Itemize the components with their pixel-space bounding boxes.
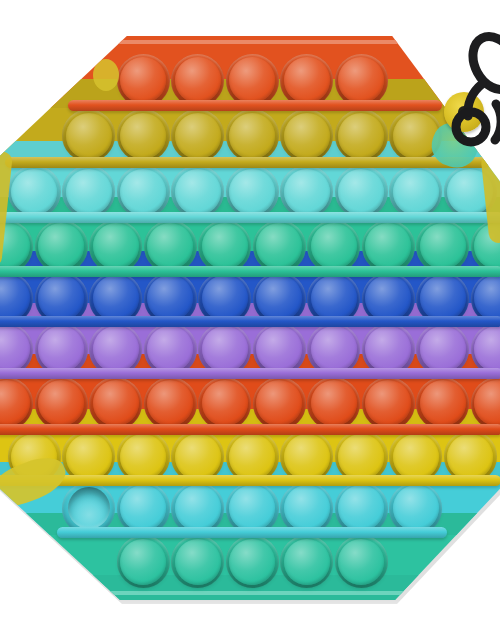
bubble-socket [144, 377, 197, 430]
bubble[interactable] [93, 223, 139, 269]
bubble[interactable] [338, 113, 384, 159]
bubble[interactable] [38, 275, 84, 321]
bubble[interactable] [175, 485, 221, 531]
bubble[interactable] [175, 57, 221, 103]
bubble[interactable] [338, 485, 384, 531]
bubble[interactable] [284, 169, 330, 215]
bubble[interactable] [11, 169, 57, 215]
bubble[interactable] [38, 223, 84, 269]
bubble-row-light-cyan [0, 164, 500, 219]
bubble[interactable] [0, 326, 30, 372]
bubble[interactable] [393, 169, 439, 215]
bubble-socket [335, 535, 388, 588]
bubble[interactable] [120, 169, 166, 215]
bubble[interactable] [120, 434, 166, 480]
bubble-socket [416, 377, 469, 430]
bubble[interactable] [175, 539, 221, 585]
bubble[interactable] [338, 57, 384, 103]
bubble[interactable] [338, 169, 384, 215]
bubble[interactable] [229, 539, 275, 585]
photo-canvas [0, 0, 500, 641]
bubble-socket [62, 165, 115, 218]
bubble[interactable] [256, 275, 302, 321]
bubble-socket [280, 535, 333, 588]
connector-ring [456, 112, 486, 142]
bubble[interactable] [147, 223, 193, 269]
bubble[interactable] [393, 485, 439, 531]
row-lip [0, 266, 500, 277]
row-lip [0, 424, 500, 435]
bubble[interactable] [229, 485, 275, 531]
bubble-socket [226, 109, 279, 162]
bubble[interactable] [365, 275, 411, 321]
bubble-socket [117, 165, 170, 218]
bubble-socket [89, 377, 142, 430]
row-lip [0, 212, 500, 223]
bubble[interactable] [284, 434, 330, 480]
bubble-socket [335, 109, 388, 162]
bubble-row-olive-yellow [0, 107, 500, 164]
bubble[interactable] [338, 434, 384, 480]
bubble[interactable] [393, 434, 439, 480]
bubble-row-yellow [0, 431, 500, 482]
bubble[interactable] [229, 169, 275, 215]
bubble-socket [280, 54, 333, 107]
bubble[interactable] [38, 380, 84, 426]
bubble-socket [117, 109, 170, 162]
row-lip [0, 475, 500, 486]
bubble-row-royal-blue [0, 273, 500, 323]
bubble-row-purple [0, 323, 500, 375]
bubble-socket [335, 54, 388, 107]
bubble-socket [144, 220, 197, 273]
top-rim-ridge [80, 40, 419, 44]
bubble[interactable] [420, 380, 466, 426]
bubble[interactable] [147, 275, 193, 321]
bubble[interactable] [474, 275, 500, 321]
bubble[interactable] [147, 326, 193, 372]
bubble-socket [253, 220, 306, 273]
carabiner-clip-icon [438, 30, 500, 162]
bubble[interactable] [147, 380, 193, 426]
bubble[interactable] [120, 113, 166, 159]
row-lip [57, 527, 447, 538]
bubble[interactable] [311, 223, 357, 269]
bubble[interactable] [66, 169, 112, 215]
bubble-socket [171, 109, 224, 162]
patch-yellow-top-left-rim [93, 59, 119, 91]
bubble-socket [35, 377, 88, 430]
bubble[interactable] [93, 275, 139, 321]
bubble[interactable] [175, 169, 221, 215]
bubble-socket [280, 109, 333, 162]
bubble[interactable] [66, 434, 112, 480]
bubble[interactable] [229, 434, 275, 480]
bubble-socket [280, 165, 333, 218]
bubble-socket [226, 165, 279, 218]
bubble-socket [89, 220, 142, 273]
bubble[interactable] [202, 223, 248, 269]
bubble-socket [198, 220, 251, 273]
bubble[interactable] [256, 326, 302, 372]
bubble[interactable] [256, 380, 302, 426]
bubble[interactable] [420, 223, 466, 269]
bubble[interactable] [284, 539, 330, 585]
bubble[interactable] [365, 326, 411, 372]
row-lip [0, 316, 500, 327]
bubble[interactable] [365, 223, 411, 269]
carabiner-gate [495, 104, 500, 140]
row-lip [68, 100, 442, 111]
bottom-rim-ridge [38, 591, 462, 595]
bubble-socket [117, 54, 170, 107]
bubble-popped[interactable] [68, 487, 110, 529]
bubble-socket [117, 535, 170, 588]
bubble-socket [171, 535, 224, 588]
bubble-socket [362, 220, 415, 273]
bubble-row-cyan [0, 482, 500, 534]
bubble[interactable] [420, 275, 466, 321]
bubble[interactable] [338, 539, 384, 585]
bubble[interactable] [284, 113, 330, 159]
bubble-socket [198, 377, 251, 430]
bubble[interactable] [175, 434, 221, 480]
bubble[interactable] [93, 380, 139, 426]
pop-it-toy [0, 33, 500, 603]
bubble[interactable] [38, 326, 84, 372]
bubble[interactable] [311, 326, 357, 372]
bubble[interactable] [93, 326, 139, 372]
bubble[interactable] [365, 380, 411, 426]
bubble[interactable] [420, 326, 466, 372]
bubble[interactable] [175, 113, 221, 159]
bubble-row-orange-red [0, 375, 500, 431]
bubble[interactable] [474, 380, 500, 426]
bubble-socket [389, 165, 442, 218]
bubble[interactable] [229, 57, 275, 103]
bubble[interactable] [474, 326, 500, 372]
bubble-socket [62, 109, 115, 162]
bubble[interactable] [284, 57, 330, 103]
bubble[interactable] [66, 113, 112, 159]
bubble[interactable] [0, 275, 30, 321]
bubble-socket [362, 377, 415, 430]
bubble-socket [416, 220, 469, 273]
bubble[interactable] [284, 485, 330, 531]
bubble-socket [307, 377, 360, 430]
bubble-socket [171, 54, 224, 107]
bubble[interactable] [120, 539, 166, 585]
bubble-socket [226, 535, 279, 588]
bubble-row-teal-green [0, 219, 500, 273]
row-lip [0, 368, 500, 379]
bubble[interactable] [229, 113, 275, 159]
bubble[interactable] [256, 223, 302, 269]
row-lip [5, 157, 490, 168]
bubble-socket [171, 165, 224, 218]
bubble-socket [35, 220, 88, 273]
bubble[interactable] [447, 434, 493, 480]
bubble[interactable] [202, 326, 248, 372]
bubble[interactable] [120, 57, 166, 103]
bubble-socket [226, 54, 279, 107]
bubble-socket [8, 165, 61, 218]
bubble[interactable] [202, 275, 248, 321]
bubble-row-orange [0, 36, 500, 107]
bubble[interactable] [0, 380, 30, 426]
bubble[interactable] [202, 380, 248, 426]
bubble-socket [307, 220, 360, 273]
bubble-socket [335, 165, 388, 218]
bubble-socket [253, 377, 306, 430]
bubble[interactable] [120, 485, 166, 531]
bubble[interactable] [311, 275, 357, 321]
bubble[interactable] [311, 380, 357, 426]
